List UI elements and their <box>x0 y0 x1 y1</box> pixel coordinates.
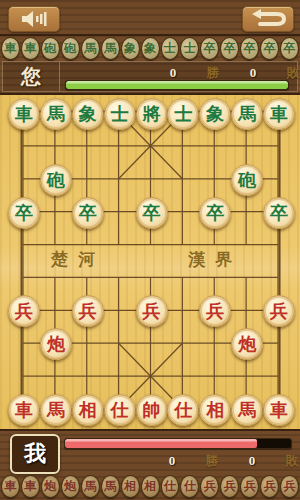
speaker-icon <box>19 10 49 28</box>
captured-piece-兵: 兵 <box>200 475 219 498</box>
piece-馬-red[interactable]: 馬 <box>231 394 263 426</box>
sound-button[interactable] <box>8 6 60 32</box>
captured-piece-車: 車 <box>21 475 40 498</box>
river-label-chu: 楚河 <box>33 248 123 271</box>
player-score: 0 勝 0 敗 <box>152 452 300 470</box>
player-captured-tray: 車車炮炮馬馬相相仕仕兵兵兵兵兵 <box>1 474 299 498</box>
captured-piece-象: 象 <box>121 37 140 60</box>
piece-卒-black[interactable]: 卒 <box>136 197 168 229</box>
captured-piece-車: 車 <box>1 475 20 498</box>
captured-piece-卒: 卒 <box>260 37 279 60</box>
player-losses: 0 <box>232 453 272 469</box>
back-button[interactable] <box>242 6 294 32</box>
captured-piece-兵: 兵 <box>260 475 279 498</box>
piece-將-black[interactable]: 將 <box>136 98 168 130</box>
player-wins-label: 勝 <box>192 452 232 470</box>
piece-車-red[interactable]: 車 <box>263 394 295 426</box>
xiangqi-app: 車車砲砲馬馬象象士士卒卒卒卒卒 您 0 勝 0 敗 <box>0 0 300 500</box>
captured-piece-卒: 卒 <box>220 37 239 60</box>
captured-piece-兵: 兵 <box>240 475 259 498</box>
opponent-captured-tray: 車車砲砲馬馬象象士士卒卒卒卒卒 <box>1 36 299 60</box>
player-progress-bar <box>64 438 292 449</box>
piece-卒-black[interactable]: 卒 <box>8 197 40 229</box>
opponent-progress-bar <box>65 80 289 90</box>
piece-仕-red[interactable]: 仕 <box>104 394 136 426</box>
player-progress-fill <box>65 439 257 448</box>
piece-車-red[interactable]: 車 <box>8 394 40 426</box>
piece-象-black[interactable]: 象 <box>199 98 231 130</box>
captured-piece-砲: 砲 <box>61 37 80 60</box>
captured-piece-兵: 兵 <box>280 475 299 498</box>
opponent-progress-fill <box>66 81 288 89</box>
captured-piece-象: 象 <box>141 37 160 60</box>
captured-piece-仕: 仕 <box>180 475 199 498</box>
captured-piece-卒: 卒 <box>200 37 219 60</box>
player-wins: 0 <box>152 453 192 469</box>
captured-piece-相: 相 <box>121 475 140 498</box>
opponent-wins: 0 <box>153 65 193 81</box>
captured-piece-炮: 炮 <box>61 475 80 498</box>
player-losses-label: 敗 <box>272 452 300 470</box>
piece-砲-black[interactable]: 砲 <box>40 164 72 196</box>
captured-piece-車: 車 <box>1 37 20 60</box>
piece-帥-red[interactable]: 帥 <box>136 394 168 426</box>
piece-卒-black[interactable]: 卒 <box>72 197 104 229</box>
piece-砲-black[interactable]: 砲 <box>231 164 263 196</box>
piece-相-red[interactable]: 相 <box>72 394 104 426</box>
piece-馬-red[interactable]: 馬 <box>40 394 72 426</box>
captured-piece-士: 士 <box>180 37 199 60</box>
captured-piece-士: 士 <box>161 37 180 60</box>
captured-piece-馬: 馬 <box>101 475 120 498</box>
top-bar <box>0 0 300 36</box>
captured-piece-相: 相 <box>141 475 160 498</box>
opponent-label: 您 <box>3 62 60 91</box>
captured-piece-卒: 卒 <box>280 37 299 60</box>
piece-相-red[interactable]: 相 <box>199 394 231 426</box>
captured-piece-馬: 馬 <box>101 37 120 60</box>
opponent-losses: 0 <box>233 65 273 81</box>
piece-炮-red[interactable]: 炮 <box>40 328 72 360</box>
opponent-panel: 您 0 勝 0 敗 <box>2 61 298 92</box>
piece-卒-black[interactable]: 卒 <box>263 197 295 229</box>
piece-兵-red[interactable]: 兵 <box>136 295 168 327</box>
piece-兵-red[interactable]: 兵 <box>72 295 104 327</box>
captured-piece-卒: 卒 <box>240 37 259 60</box>
captured-piece-馬: 馬 <box>81 37 100 60</box>
player-panel: 我 0 勝 0 敗 <box>2 432 298 472</box>
piece-車-black[interactable]: 車 <box>263 98 295 130</box>
captured-piece-炮: 炮 <box>41 475 60 498</box>
piece-象-black[interactable]: 象 <box>72 98 104 130</box>
board-area[interactable]: 楚河 漢界 車馬象士將士象馬車砲砲卒卒卒卒卒兵兵兵兵兵炮炮車馬相仕帥仕相馬車 <box>0 93 300 431</box>
captured-piece-兵: 兵 <box>220 475 239 498</box>
captured-piece-車: 車 <box>21 37 40 60</box>
captured-piece-馬: 馬 <box>81 475 100 498</box>
piece-馬-black[interactable]: 馬 <box>40 98 72 130</box>
captured-piece-仕: 仕 <box>161 475 180 498</box>
piece-卒-black[interactable]: 卒 <box>199 197 231 229</box>
piece-車-black[interactable]: 車 <box>8 98 40 130</box>
piece-士-black[interactable]: 士 <box>104 98 136 130</box>
river-label-han: 漢界 <box>170 248 260 271</box>
return-arrow-icon <box>249 9 287 29</box>
captured-piece-砲: 砲 <box>41 37 60 60</box>
piece-馬-black[interactable]: 馬 <box>231 98 263 130</box>
player-label: 我 <box>10 434 60 474</box>
